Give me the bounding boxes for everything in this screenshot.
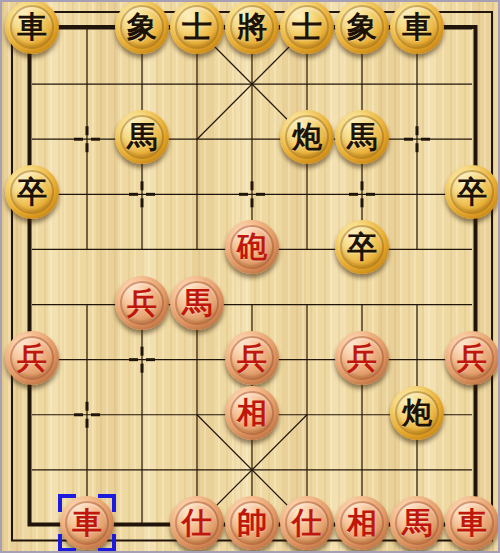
board-point[interactable]: 兵 [5, 332, 60, 387]
board-point[interactable] [5, 277, 60, 332]
board-point[interactable] [445, 277, 500, 332]
board-point[interactable] [390, 332, 445, 387]
board-point[interactable]: 馬 [170, 277, 225, 332]
piece-glyph: 仕 [292, 508, 322, 538]
board-point[interactable] [115, 497, 170, 552]
piece-black-advisor[interactable]: 士 [280, 0, 334, 54]
board-point[interactable] [170, 167, 225, 222]
piece-glyph: 炮 [402, 398, 432, 428]
piece-red-cannon[interactable]: 砲 [225, 220, 279, 274]
board-point[interactable] [445, 1, 500, 56]
board-point[interactable] [390, 222, 445, 277]
board-point[interactable] [390, 112, 445, 167]
piece-glyph: 卒 [457, 177, 487, 207]
board-point[interactable]: 相 [335, 497, 390, 552]
piece-glyph: 砲 [237, 232, 267, 262]
piece-red-soldier[interactable]: 兵 [335, 331, 389, 385]
piece-glyph: 馬 [402, 508, 432, 538]
board-grid: 車象士將士象車馬炮馬卒卒砲卒兵馬兵兵兵兵相炮車仕帥仕相馬車 [5, 1, 500, 552]
board-point[interactable] [390, 57, 445, 112]
board-point[interactable]: 士 [170, 1, 225, 56]
piece-glyph: 兵 [127, 288, 157, 318]
board-point[interactable] [335, 387, 390, 442]
board-point[interactable] [280, 442, 335, 497]
piece-glyph: 炮 [292, 122, 322, 152]
board-point[interactable] [5, 442, 60, 497]
board-point[interactable] [445, 442, 500, 497]
board-point[interactable]: 相 [225, 387, 280, 442]
board-point[interactable] [225, 277, 280, 332]
piece-red-soldier[interactable]: 兵 [445, 331, 499, 385]
board-point[interactable]: 車 [445, 497, 500, 552]
piece-red-soldier[interactable]: 兵 [115, 276, 169, 330]
piece-black-cannon[interactable]: 炮 [280, 110, 334, 164]
piece-red-chariot[interactable]: 車 [445, 496, 499, 550]
board-point[interactable] [60, 222, 115, 277]
board-point[interactable] [280, 57, 335, 112]
board-point[interactable] [115, 442, 170, 497]
board-point[interactable]: 兵 [225, 332, 280, 387]
piece-glyph: 車 [17, 12, 47, 42]
board-point[interactable]: 馬 [335, 112, 390, 167]
board-point[interactable]: 車 [390, 1, 445, 56]
piece-black-cannon[interactable]: 炮 [390, 386, 444, 440]
piece-red-horse[interactable]: 馬 [390, 496, 444, 550]
board-point[interactable] [390, 277, 445, 332]
board-point[interactable]: 兵 [115, 277, 170, 332]
piece-glyph: 將 [237, 12, 267, 42]
piece-glyph: 相 [237, 398, 267, 428]
piece-glyph: 車 [457, 508, 487, 538]
board-point[interactable] [170, 112, 225, 167]
piece-black-elephant[interactable]: 象 [115, 0, 169, 54]
board-point[interactable]: 帥 [225, 497, 280, 552]
board-point[interactable] [225, 442, 280, 497]
piece-glyph: 馬 [127, 122, 157, 152]
board-point[interactable] [335, 167, 390, 222]
board-point[interactable] [445, 112, 500, 167]
piece-glyph: 卒 [347, 232, 377, 262]
board-point[interactable]: 馬 [115, 112, 170, 167]
piece-glyph: 相 [347, 508, 377, 538]
board-point[interactable] [445, 57, 500, 112]
piece-glyph: 士 [292, 12, 322, 42]
board-point[interactable] [5, 497, 60, 552]
piece-glyph: 兵 [457, 343, 487, 373]
piece-red-advisor[interactable]: 仕 [170, 496, 224, 550]
board-point[interactable] [170, 57, 225, 112]
board-point[interactable] [170, 332, 225, 387]
board-point[interactable] [170, 387, 225, 442]
board-point[interactable] [280, 387, 335, 442]
board-point[interactable]: 象 [335, 1, 390, 56]
piece-black-elephant[interactable]: 象 [335, 0, 389, 54]
board-point[interactable]: 車 [60, 497, 115, 552]
board-point[interactable] [445, 387, 500, 442]
piece-glyph: 兵 [347, 343, 377, 373]
piece-black-soldier[interactable]: 卒 [335, 220, 389, 274]
board-point[interactable] [335, 57, 390, 112]
board-point[interactable] [115, 387, 170, 442]
board-point[interactable] [60, 332, 115, 387]
board-point[interactable] [280, 277, 335, 332]
board-point[interactable] [5, 112, 60, 167]
board-point[interactable]: 仕 [170, 497, 225, 552]
piece-red-elephant[interactable]: 相 [225, 386, 279, 440]
piece-red-soldier[interactable]: 兵 [225, 331, 279, 385]
piece-red-soldier[interactable]: 兵 [5, 331, 59, 385]
piece-glyph: 卒 [17, 177, 47, 207]
piece-red-general[interactable]: 帥 [225, 496, 279, 550]
board-point[interactable]: 士 [280, 1, 335, 56]
piece-black-chariot[interactable]: 車 [5, 0, 59, 54]
piece-black-soldier[interactable]: 卒 [5, 165, 59, 219]
board-point[interactable] [5, 387, 60, 442]
board-point[interactable] [5, 57, 60, 112]
board-point[interactable] [390, 442, 445, 497]
board-point[interactable] [445, 222, 500, 277]
piece-glyph: 兵 [237, 343, 267, 373]
board-point[interactable]: 卒 [445, 167, 500, 222]
piece-red-horse[interactable]: 馬 [170, 276, 224, 330]
board-point[interactable] [60, 442, 115, 497]
board-point[interactable] [225, 57, 280, 112]
board-point[interactable]: 砲 [225, 222, 280, 277]
board-point[interactable]: 馬 [390, 497, 445, 552]
piece-glyph: 帥 [237, 508, 267, 538]
piece-black-horse[interactable]: 馬 [335, 110, 389, 164]
piece-red-elephant[interactable]: 相 [335, 496, 389, 550]
piece-glyph: 車 [72, 508, 102, 538]
piece-black-chariot[interactable]: 車 [390, 0, 444, 54]
board-point[interactable] [115, 57, 170, 112]
board-point[interactable] [115, 167, 170, 222]
board-point[interactable] [60, 277, 115, 332]
piece-glyph: 仕 [182, 508, 212, 538]
xiangqi-board: 車象士將士象車馬炮馬卒卒砲卒兵馬兵兵兵兵相炮車仕帥仕相馬車 [0, 0, 500, 553]
board-point[interactable] [390, 167, 445, 222]
piece-glyph: 馬 [347, 122, 377, 152]
piece-glyph: 士 [182, 12, 212, 42]
piece-glyph: 象 [127, 12, 157, 42]
board-point[interactable] [170, 222, 225, 277]
board-point[interactable]: 車 [5, 1, 60, 56]
board-point[interactable]: 卒 [335, 222, 390, 277]
piece-glyph: 兵 [17, 343, 47, 373]
board-point[interactable] [115, 332, 170, 387]
board-point[interactable]: 炮 [390, 387, 445, 442]
board-point[interactable] [5, 222, 60, 277]
piece-black-soldier[interactable]: 卒 [445, 165, 499, 219]
board-point[interactable] [115, 222, 170, 277]
board-point[interactable] [60, 112, 115, 167]
board-point[interactable]: 象 [115, 1, 170, 56]
piece-red-advisor[interactable]: 仕 [280, 496, 334, 550]
board-point[interactable] [225, 167, 280, 222]
board-point[interactable] [225, 112, 280, 167]
board-point[interactable]: 仕 [280, 497, 335, 552]
board-point[interactable] [60, 1, 115, 56]
piece-black-general[interactable]: 將 [225, 0, 279, 54]
board-point[interactable]: 將 [225, 1, 280, 56]
board-point[interactable] [335, 442, 390, 497]
board-point[interactable]: 卒 [5, 167, 60, 222]
board-point[interactable] [280, 167, 335, 222]
piece-glyph: 象 [347, 12, 377, 42]
board-point[interactable] [280, 332, 335, 387]
board-point[interactable] [60, 57, 115, 112]
board-point[interactable] [280, 222, 335, 277]
board-point[interactable] [335, 277, 390, 332]
piece-glyph: 馬 [182, 288, 212, 318]
board-point[interactable]: 兵 [335, 332, 390, 387]
board-point[interactable]: 兵 [445, 332, 500, 387]
board-point[interactable] [60, 387, 115, 442]
board-point[interactable] [60, 167, 115, 222]
board-point[interactable] [170, 442, 225, 497]
piece-glyph: 車 [402, 12, 432, 42]
board-point[interactable]: 炮 [280, 112, 335, 167]
piece-black-horse[interactable]: 馬 [115, 110, 169, 164]
piece-black-advisor[interactable]: 士 [170, 0, 224, 54]
piece-red-chariot[interactable]: 車 [60, 496, 114, 550]
